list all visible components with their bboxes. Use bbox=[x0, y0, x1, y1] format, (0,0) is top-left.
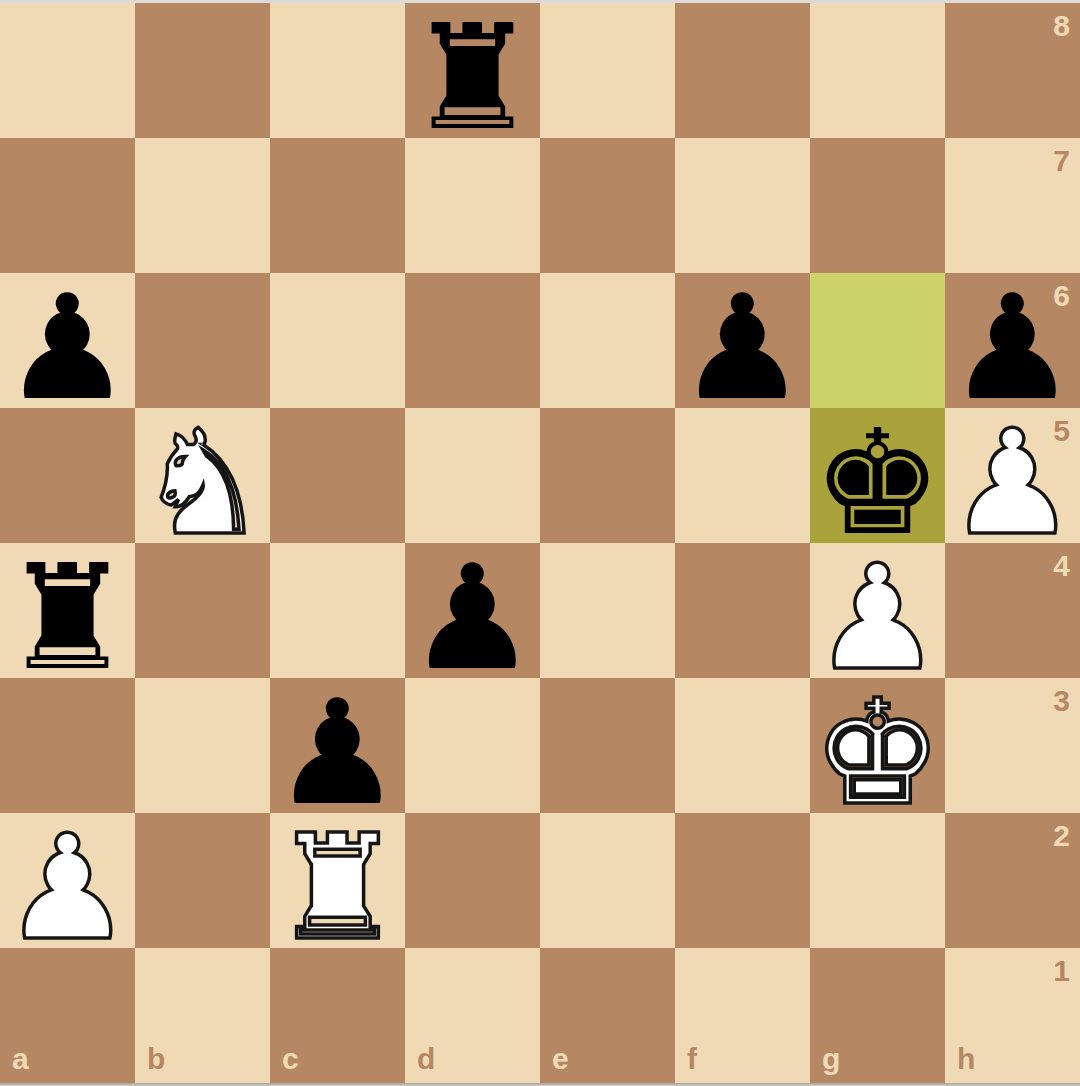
square-d6[interactable] bbox=[405, 273, 540, 408]
square-d8[interactable]: ♜ bbox=[405, 3, 540, 138]
square-g2[interactable] bbox=[810, 813, 945, 948]
square-g4[interactable]: ♟ bbox=[810, 543, 945, 678]
square-e2[interactable] bbox=[540, 813, 675, 948]
square-g8[interactable] bbox=[810, 3, 945, 138]
square-d1[interactable]: d bbox=[405, 948, 540, 1083]
square-e7[interactable] bbox=[540, 138, 675, 273]
square-a7[interactable] bbox=[0, 138, 135, 273]
rank-label-8: 8 bbox=[1053, 11, 1070, 41]
square-e1[interactable]: e bbox=[540, 948, 675, 1083]
square-b3[interactable] bbox=[135, 678, 270, 813]
chess-board: ♜87♟♟♟6♞♚♟5♜♟♟4♟♚3♟♜2abcdefgh1 bbox=[0, 3, 1080, 1083]
square-h5[interactable]: ♟5 bbox=[945, 408, 1080, 543]
square-d5[interactable] bbox=[405, 408, 540, 543]
square-h7[interactable]: 7 bbox=[945, 138, 1080, 273]
square-e8[interactable] bbox=[540, 3, 675, 138]
square-g7[interactable] bbox=[810, 138, 945, 273]
piece-black-pawn[interactable]: ♟ bbox=[678, 280, 808, 415]
rank-label-7: 7 bbox=[1053, 146, 1070, 176]
square-g3[interactable]: ♚ bbox=[810, 678, 945, 813]
square-e5[interactable] bbox=[540, 408, 675, 543]
square-a5[interactable] bbox=[0, 408, 135, 543]
rank-label-2: 2 bbox=[1053, 821, 1070, 851]
piece-black-rook[interactable]: ♜ bbox=[3, 550, 133, 685]
piece-black-pawn[interactable]: ♟ bbox=[948, 280, 1078, 415]
square-f6[interactable]: ♟ bbox=[675, 273, 810, 408]
square-a4[interactable]: ♜ bbox=[0, 543, 135, 678]
square-b7[interactable] bbox=[135, 138, 270, 273]
piece-black-pawn[interactable]: ♟ bbox=[408, 550, 538, 685]
piece-black-king[interactable]: ♚ bbox=[813, 415, 943, 550]
file-label-e: e bbox=[552, 1044, 569, 1074]
piece-black-rook[interactable]: ♜ bbox=[408, 10, 538, 145]
page: ♜87♟♟♟6♞♚♟5♜♟♟4♟♚3♟♜2abcdefgh1 bbox=[0, 0, 1080, 1086]
file-label-g: g bbox=[822, 1044, 840, 1074]
square-d2[interactable] bbox=[405, 813, 540, 948]
file-label-d: d bbox=[417, 1044, 435, 1074]
square-d3[interactable] bbox=[405, 678, 540, 813]
file-label-h: h bbox=[957, 1044, 975, 1074]
square-f5[interactable] bbox=[675, 408, 810, 543]
square-f8[interactable] bbox=[675, 3, 810, 138]
piece-white-king[interactable]: ♚ bbox=[813, 685, 943, 820]
square-e3[interactable] bbox=[540, 678, 675, 813]
square-b2[interactable] bbox=[135, 813, 270, 948]
square-c5[interactable] bbox=[270, 408, 405, 543]
square-b6[interactable] bbox=[135, 273, 270, 408]
file-label-b: b bbox=[147, 1044, 165, 1074]
square-f1[interactable]: f bbox=[675, 948, 810, 1083]
file-label-f: f bbox=[687, 1044, 697, 1074]
square-c1[interactable]: c bbox=[270, 948, 405, 1083]
square-a2[interactable]: ♟ bbox=[0, 813, 135, 948]
square-g6[interactable] bbox=[810, 273, 945, 408]
square-g1[interactable]: g bbox=[810, 948, 945, 1083]
square-c6[interactable] bbox=[270, 273, 405, 408]
square-d4[interactable]: ♟ bbox=[405, 543, 540, 678]
square-a1[interactable]: a bbox=[0, 948, 135, 1083]
file-label-c: c bbox=[282, 1044, 299, 1074]
square-d7[interactable] bbox=[405, 138, 540, 273]
square-c2[interactable]: ♜ bbox=[270, 813, 405, 948]
square-h2[interactable]: 2 bbox=[945, 813, 1080, 948]
square-b5[interactable]: ♞ bbox=[135, 408, 270, 543]
square-c3[interactable]: ♟ bbox=[270, 678, 405, 813]
square-g5[interactable]: ♚ bbox=[810, 408, 945, 543]
file-label-a: a bbox=[12, 1044, 29, 1074]
square-b4[interactable] bbox=[135, 543, 270, 678]
piece-white-pawn[interactable]: ♟ bbox=[948, 415, 1078, 550]
square-f2[interactable] bbox=[675, 813, 810, 948]
square-c8[interactable] bbox=[270, 3, 405, 138]
square-c7[interactable] bbox=[270, 138, 405, 273]
square-c4[interactable] bbox=[270, 543, 405, 678]
square-a8[interactable] bbox=[0, 3, 135, 138]
square-h1[interactable]: h1 bbox=[945, 948, 1080, 1083]
square-h6[interactable]: ♟6 bbox=[945, 273, 1080, 408]
square-e6[interactable] bbox=[540, 273, 675, 408]
piece-black-pawn[interactable]: ♟ bbox=[273, 685, 403, 820]
square-h3[interactable]: 3 bbox=[945, 678, 1080, 813]
rank-label-3: 3 bbox=[1053, 686, 1070, 716]
piece-white-pawn[interactable]: ♟ bbox=[813, 550, 943, 685]
rank-label-4: 4 bbox=[1053, 551, 1070, 581]
piece-black-pawn[interactable]: ♟ bbox=[3, 280, 133, 415]
square-f4[interactable] bbox=[675, 543, 810, 678]
piece-white-pawn[interactable]: ♟ bbox=[3, 820, 133, 955]
square-a6[interactable]: ♟ bbox=[0, 273, 135, 408]
rank-label-1: 1 bbox=[1053, 956, 1070, 986]
square-b1[interactable]: b bbox=[135, 948, 270, 1083]
square-b8[interactable] bbox=[135, 3, 270, 138]
piece-white-knight[interactable]: ♞ bbox=[138, 415, 268, 550]
square-f7[interactable] bbox=[675, 138, 810, 273]
square-e4[interactable] bbox=[540, 543, 675, 678]
square-f3[interactable] bbox=[675, 678, 810, 813]
square-h4[interactable]: 4 bbox=[945, 543, 1080, 678]
piece-white-rook[interactable]: ♜ bbox=[273, 820, 403, 955]
square-h8[interactable]: 8 bbox=[945, 3, 1080, 138]
square-a3[interactable] bbox=[0, 678, 135, 813]
